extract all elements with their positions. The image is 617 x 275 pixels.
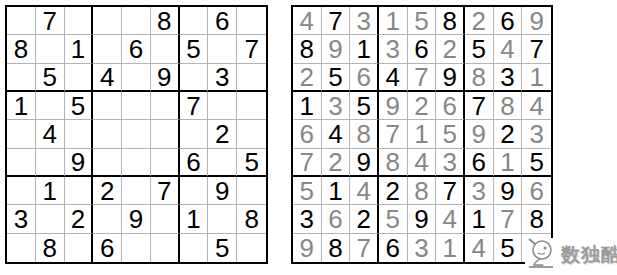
cell-r3c2: 5 <box>322 64 351 92</box>
cell-r1c7 <box>180 7 209 35</box>
cell-r1c1: 4 <box>293 7 322 35</box>
cell-r6c6: 3 <box>436 149 465 177</box>
cell-r3c7 <box>180 64 209 92</box>
cell-r1c4: 1 <box>379 7 408 35</box>
cell-r4c2: 3 <box>322 92 351 120</box>
cell-r8c4: 5 <box>379 205 408 233</box>
cell-r5c1: 6 <box>293 120 322 148</box>
cell-r7c3 <box>65 177 94 205</box>
cell-r3c4: 4 <box>93 64 122 92</box>
cell-r9c6: 1 <box>436 234 465 262</box>
cell-r5c6 <box>151 120 180 148</box>
cell-r2c1: 8 <box>293 35 322 63</box>
cell-r4c6: 6 <box>436 92 465 120</box>
cell-r2c8 <box>208 35 237 63</box>
cell-r3c1 <box>7 64 36 92</box>
cell-r3c6: 9 <box>436 64 465 92</box>
cell-r1c6: 8 <box>151 7 180 35</box>
cell-r8c2: 6 <box>322 205 351 233</box>
cell-r6c4 <box>93 149 122 177</box>
cell-r6c1: 7 <box>293 149 322 177</box>
magnifier-icon: 2 <box>525 238 558 269</box>
cell-r8c9: 8 <box>522 205 551 233</box>
cell-r6c2: 2 <box>322 149 351 177</box>
cell-r6c3: 9 <box>350 149 379 177</box>
cell-r7c4: 2 <box>93 177 122 205</box>
cell-r1c9: 9 <box>522 7 551 35</box>
cell-r4c3: 5 <box>65 92 94 120</box>
cell-r2c1: 8 <box>7 35 36 63</box>
cell-r7c8: 9 <box>208 177 237 205</box>
cell-r7c2: 1 <box>36 177 65 205</box>
cell-r6c7: 6 <box>180 149 209 177</box>
cell-r3c5 <box>122 64 151 92</box>
cell-r2c7: 5 <box>180 35 209 63</box>
cell-r7c5 <box>122 177 151 205</box>
cell-r9c4: 6 <box>93 234 122 262</box>
cell-r9c3 <box>65 234 94 262</box>
cell-r3c6: 9 <box>151 64 180 92</box>
cell-r7c1: 5 <box>293 177 322 205</box>
cell-r2c4 <box>93 35 122 63</box>
cell-r5c8: 2 <box>494 120 523 148</box>
cell-r6c5: 4 <box>408 149 437 177</box>
cell-r2c8: 4 <box>494 35 523 63</box>
cell-r2c2: 9 <box>322 35 351 63</box>
cell-r8c2 <box>36 205 65 233</box>
cell-r4c5 <box>122 92 151 120</box>
cell-r1c9 <box>237 7 266 35</box>
cell-r9c9 <box>237 234 266 262</box>
cell-r5c9: 3 <box>522 120 551 148</box>
cell-r4c9 <box>237 92 266 120</box>
cell-r4c7: 7 <box>465 92 494 120</box>
cell-r6c6 <box>151 149 180 177</box>
cell-r5c2: 4 <box>36 120 65 148</box>
cell-r7c8: 9 <box>494 177 523 205</box>
cell-r7c9: 6 <box>522 177 551 205</box>
cell-r3c1: 2 <box>293 64 322 92</box>
cell-r8c6 <box>151 205 180 233</box>
cell-r9c1 <box>7 234 36 262</box>
cell-r7c7 <box>180 177 209 205</box>
cell-r1c5: 5 <box>408 7 437 35</box>
cell-r3c8: 3 <box>494 64 523 92</box>
cell-r3c2: 5 <box>36 64 65 92</box>
cell-r2c9: 7 <box>237 35 266 63</box>
cell-r9c2: 8 <box>36 234 65 262</box>
cell-r2c4: 3 <box>379 35 408 63</box>
cell-r5c6: 5 <box>436 120 465 148</box>
cell-r6c9: 5 <box>522 149 551 177</box>
cell-r3c9 <box>237 64 266 92</box>
cell-r2c3: 1 <box>65 35 94 63</box>
cell-r1c7: 2 <box>465 7 494 35</box>
cell-r4c8 <box>208 92 237 120</box>
cell-r3c5: 7 <box>408 64 437 92</box>
watermark-logo: 2 数独酷 <box>525 238 617 269</box>
cell-r2c7: 5 <box>465 35 494 63</box>
cell-r1c5 <box>122 7 151 35</box>
cell-r1c2: 7 <box>36 7 65 35</box>
cell-r1c2: 7 <box>322 7 351 35</box>
cell-r9c2: 8 <box>322 234 351 262</box>
cell-r2c5: 6 <box>122 35 151 63</box>
solution-board: 4731582698913625472564798311359267846487… <box>291 5 553 264</box>
cell-r5c4: 7 <box>379 120 408 148</box>
cell-r4c1: 1 <box>293 92 322 120</box>
puzzle-board: 78681657549315742965127932918865 <box>5 5 268 264</box>
cell-r1c3 <box>65 7 94 35</box>
cell-r7c4: 2 <box>379 177 408 205</box>
cell-r8c8: 7 <box>494 205 523 233</box>
cell-r6c5 <box>122 149 151 177</box>
cell-r8c8 <box>208 205 237 233</box>
cell-r9c7: 4 <box>465 234 494 262</box>
cell-r2c9: 7 <box>522 35 551 63</box>
cell-r9c4: 6 <box>379 234 408 262</box>
cell-r5c9 <box>237 120 266 148</box>
cell-r5c1 <box>7 120 36 148</box>
cell-r5c7 <box>180 120 209 148</box>
cell-r6c4: 8 <box>379 149 408 177</box>
cell-r9c7 <box>180 234 209 262</box>
cell-r2c5: 6 <box>408 35 437 63</box>
cell-r8c5: 9 <box>122 205 151 233</box>
cell-r8c1: 3 <box>7 205 36 233</box>
cell-r5c2: 4 <box>322 120 351 148</box>
cell-r8c3: 2 <box>65 205 94 233</box>
cell-r4c6 <box>151 92 180 120</box>
cell-r2c2 <box>36 35 65 63</box>
cell-r4c4: 9 <box>379 92 408 120</box>
cell-r5c5 <box>122 120 151 148</box>
cell-r3c7: 8 <box>465 64 494 92</box>
cell-r7c7: 3 <box>465 177 494 205</box>
cell-r3c8: 3 <box>208 64 237 92</box>
cell-r8c3: 2 <box>350 205 379 233</box>
cell-r6c3: 9 <box>65 149 94 177</box>
cell-r7c5: 8 <box>408 177 437 205</box>
cell-r8c7: 1 <box>465 205 494 233</box>
cell-r1c8: 6 <box>494 7 523 35</box>
cell-r6c2 <box>36 149 65 177</box>
cell-r8c1: 3 <box>293 205 322 233</box>
cell-r2c6: 2 <box>436 35 465 63</box>
cell-r3c3: 6 <box>350 64 379 92</box>
cell-r6c9: 5 <box>237 149 266 177</box>
cell-r1c6: 8 <box>436 7 465 35</box>
cell-r4c8: 8 <box>494 92 523 120</box>
cell-r9c6 <box>151 234 180 262</box>
cell-r4c2 <box>36 92 65 120</box>
cell-r3c9: 1 <box>522 64 551 92</box>
cell-r7c2: 1 <box>322 177 351 205</box>
cell-r5c3 <box>65 120 94 148</box>
cell-r1c3: 3 <box>350 7 379 35</box>
cell-r6c8: 1 <box>494 149 523 177</box>
cell-r5c5: 1 <box>408 120 437 148</box>
cell-r5c7: 9 <box>465 120 494 148</box>
cell-r4c9: 4 <box>522 92 551 120</box>
cell-r7c6: 7 <box>151 177 180 205</box>
cell-r6c1 <box>7 149 36 177</box>
cell-r1c1 <box>7 7 36 35</box>
cell-r2c3: 1 <box>350 35 379 63</box>
cell-r4c3: 5 <box>350 92 379 120</box>
cell-r7c6: 7 <box>436 177 465 205</box>
cell-r8c6: 4 <box>436 205 465 233</box>
cell-r9c8: 5 <box>494 234 523 262</box>
cell-r5c4 <box>93 120 122 148</box>
cell-r6c7: 6 <box>465 149 494 177</box>
cell-r7c3: 4 <box>350 177 379 205</box>
watermark-text: 数独酷 <box>561 242 617 268</box>
cell-r4c5: 2 <box>408 92 437 120</box>
cell-r9c5: 3 <box>408 234 437 262</box>
cell-r4c7: 7 <box>180 92 209 120</box>
cell-r3c3 <box>65 64 94 92</box>
cell-r5c8: 2 <box>208 120 237 148</box>
cell-r8c5: 9 <box>408 205 437 233</box>
cell-r9c5 <box>122 234 151 262</box>
cell-r8c4 <box>93 205 122 233</box>
cell-r2c6 <box>151 35 180 63</box>
cell-r9c1: 9 <box>293 234 322 262</box>
cell-r7c1 <box>7 177 36 205</box>
cell-r8c9: 8 <box>237 205 266 233</box>
cell-r3c4: 4 <box>379 64 408 92</box>
cell-r9c3: 7 <box>350 234 379 262</box>
cell-r4c4 <box>93 92 122 120</box>
cell-r1c4 <box>93 7 122 35</box>
cell-r5c3: 8 <box>350 120 379 148</box>
cell-r7c9 <box>237 177 266 205</box>
cell-r4c1: 1 <box>7 92 36 120</box>
cell-r1c8: 6 <box>208 7 237 35</box>
cell-r6c8 <box>208 149 237 177</box>
cell-r9c8: 5 <box>208 234 237 262</box>
cell-r8c7: 1 <box>180 205 209 233</box>
